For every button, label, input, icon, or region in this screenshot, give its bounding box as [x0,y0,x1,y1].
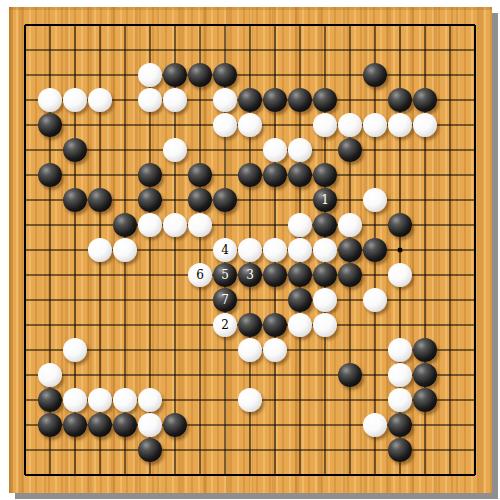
board-cell[interactable] [13,463,38,488]
board-cell[interactable] [288,463,313,488]
board-cell[interactable] [438,138,463,163]
board-cell[interactable] [313,438,338,463]
board-cell[interactable] [163,288,188,313]
board-cell[interactable] [263,63,288,88]
board-cell[interactable] [38,338,63,363]
board-cell[interactable]: 2 [213,313,238,338]
board-cell[interactable] [13,88,38,113]
stone-white[interactable] [338,113,362,137]
board-cell[interactable] [13,113,38,138]
stone-black[interactable]: 7 [213,288,237,312]
stone-black[interactable] [288,288,312,312]
board-cell[interactable] [338,38,363,63]
board-cell[interactable] [113,238,138,263]
board-cell[interactable] [338,188,363,213]
board-cell[interactable] [88,438,113,463]
board-cell[interactable] [163,388,188,413]
stone-white[interactable] [63,338,87,362]
board-cell[interactable] [188,338,213,363]
stone-black[interactable] [388,88,412,112]
stone-white[interactable] [363,413,387,437]
board-cell[interactable] [288,113,313,138]
board-cell[interactable] [438,88,463,113]
board-cell[interactable] [463,163,488,188]
board-cell[interactable] [288,213,313,238]
board-cell[interactable] [113,138,138,163]
board-cell[interactable] [13,263,38,288]
board-cell[interactable] [413,238,438,263]
board-cell[interactable] [63,463,88,488]
board-cell[interactable] [413,38,438,63]
board-cell[interactable] [288,288,313,313]
board-cell[interactable] [338,163,363,188]
board-cell[interactable] [313,363,338,388]
board-cell[interactable] [163,13,188,38]
board-cell[interactable] [363,413,388,438]
stone-white[interactable] [63,388,87,412]
board-cell[interactable] [438,388,463,413]
board-cell[interactable] [213,463,238,488]
board-cell[interactable] [63,288,88,313]
stone-white[interactable] [363,188,387,212]
board-cell[interactable] [13,313,38,338]
board-cell[interactable] [13,163,38,188]
board-cell[interactable] [413,313,438,338]
board-cell[interactable] [388,288,413,313]
board-cell[interactable] [413,213,438,238]
stone-white[interactable] [38,363,62,387]
board-cell[interactable] [288,238,313,263]
board-cell[interactable] [438,163,463,188]
stone-black[interactable] [288,263,312,287]
stone-black[interactable]: 3 [238,263,262,287]
board-cell[interactable] [338,363,363,388]
board-cell[interactable] [63,163,88,188]
board-cell[interactable] [463,13,488,38]
board-cell[interactable] [363,388,388,413]
board-cell[interactable] [188,463,213,488]
board-cell[interactable] [263,113,288,138]
board-cell[interactable] [388,388,413,413]
board-cell[interactable] [463,363,488,388]
board-cell[interactable] [38,438,63,463]
stone-white[interactable] [188,213,212,237]
board-cell[interactable] [138,438,163,463]
board-cell[interactable] [438,113,463,138]
board-cell[interactable] [438,38,463,63]
board-cell[interactable] [388,88,413,113]
board-cell[interactable] [138,238,163,263]
board-cell[interactable] [138,413,163,438]
board-cell[interactable] [213,413,238,438]
board-cell[interactable] [38,288,63,313]
stone-black[interactable] [363,63,387,87]
board-cell[interactable] [238,288,263,313]
stone-black[interactable] [263,163,287,187]
board-cell[interactable] [13,213,38,238]
board-cell[interactable] [288,438,313,463]
board-cell[interactable] [113,413,138,438]
board-cell[interactable] [38,313,63,338]
board-cell[interactable] [88,138,113,163]
board-cell[interactable] [363,213,388,238]
board-cell[interactable] [263,388,288,413]
stone-white[interactable] [388,263,412,287]
board-cell[interactable] [163,138,188,163]
board-cell[interactable] [13,413,38,438]
board-cell[interactable] [238,138,263,163]
board-cell[interactable] [163,413,188,438]
board-cell[interactable] [413,413,438,438]
board-cell[interactable] [363,238,388,263]
stone-black[interactable]: 5 [213,263,237,287]
stone-white[interactable] [163,88,187,112]
board-cell[interactable] [113,388,138,413]
board-cell[interactable] [113,263,138,288]
stone-white[interactable] [113,238,137,262]
stone-white[interactable] [388,388,412,412]
stone-black[interactable] [138,163,162,187]
board-cell[interactable] [388,163,413,188]
board-cell[interactable] [188,363,213,388]
board-cell[interactable] [188,238,213,263]
board-cell[interactable] [188,438,213,463]
board-cell[interactable] [288,313,313,338]
board-cell[interactable] [138,288,163,313]
board-cell[interactable] [338,88,363,113]
board-cell[interactable]: 5 [213,263,238,288]
board-cell[interactable] [288,38,313,63]
board-cell[interactable] [363,88,388,113]
board-cell[interactable] [413,438,438,463]
board-cell[interactable] [263,213,288,238]
board-cell[interactable] [163,38,188,63]
board-cell[interactable] [238,388,263,413]
stone-white[interactable] [288,313,312,337]
stone-black[interactable] [113,413,137,437]
board-cell[interactable] [338,288,363,313]
board-cell[interactable] [113,63,138,88]
board-cell[interactable] [413,163,438,188]
stone-black[interactable] [188,163,212,187]
board-cell[interactable] [63,113,88,138]
board-cell[interactable] [88,388,113,413]
stone-black[interactable] [263,263,287,287]
board-cell[interactable] [263,188,288,213]
board-cell[interactable] [313,163,338,188]
board-cell[interactable] [13,388,38,413]
board-cell[interactable] [438,13,463,38]
board-cell[interactable] [363,263,388,288]
stone-black[interactable] [238,313,262,337]
stone-white[interactable] [263,238,287,262]
board-cell[interactable] [63,13,88,38]
board-cell[interactable] [463,63,488,88]
board-cell[interactable] [113,313,138,338]
board-cell[interactable] [388,138,413,163]
board-cell[interactable] [388,113,413,138]
stone-black[interactable] [63,413,87,437]
board-cell[interactable] [38,13,63,38]
board-cell[interactable] [263,163,288,188]
board-cell[interactable] [338,463,363,488]
board-cell[interactable] [88,113,113,138]
board-cell[interactable] [188,313,213,338]
board-cell[interactable] [188,163,213,188]
board-cell[interactable] [238,438,263,463]
stone-black[interactable] [388,413,412,437]
board-cell[interactable] [363,38,388,63]
board-cell[interactable] [138,263,163,288]
board-cell[interactable] [338,263,363,288]
stone-black[interactable] [188,188,212,212]
stone-white[interactable] [63,88,87,112]
board-cell[interactable] [413,463,438,488]
board-cell[interactable] [88,213,113,238]
board-cell[interactable] [113,38,138,63]
stone-white[interactable] [388,363,412,387]
board-cell[interactable] [113,88,138,113]
board-cell[interactable] [463,113,488,138]
board-cell[interactable] [213,438,238,463]
board-cell[interactable] [463,238,488,263]
board-cell[interactable] [38,363,63,388]
board-cell[interactable] [213,388,238,413]
stone-black[interactable] [138,438,162,462]
stone-black[interactable] [38,113,62,137]
stone-white[interactable] [138,388,162,412]
stone-white[interactable] [288,213,312,237]
stone-white[interactable] [313,238,337,262]
board-cell[interactable] [438,438,463,463]
board-cell[interactable] [63,338,88,363]
board-cell[interactable] [63,388,88,413]
board-cell[interactable] [263,38,288,63]
board-cell[interactable] [213,138,238,163]
board-cell[interactable] [363,13,388,38]
board-cell[interactable] [38,213,63,238]
board-cell[interactable] [463,138,488,163]
board-cell[interactable] [413,338,438,363]
board-cell[interactable] [188,138,213,163]
board-cell[interactable] [38,138,63,163]
stone-black[interactable] [338,138,362,162]
stone-black[interactable] [313,213,337,237]
board-cell[interactable] [213,188,238,213]
board-cell[interactable] [63,88,88,113]
board-cell[interactable] [438,213,463,238]
board-cell[interactable] [213,88,238,113]
board-cell[interactable] [188,288,213,313]
stone-black[interactable] [313,163,337,187]
board-cell[interactable] [388,188,413,213]
board-cell[interactable] [463,288,488,313]
board-cell[interactable] [238,188,263,213]
board-cell[interactable] [388,338,413,363]
board-cell[interactable] [163,338,188,363]
board-cell[interactable] [413,363,438,388]
stone-black[interactable] [88,413,112,437]
stone-white[interactable] [313,288,337,312]
board-cell[interactable] [463,388,488,413]
board-cell[interactable] [338,438,363,463]
stone-black[interactable] [338,263,362,287]
board-cell[interactable] [463,213,488,238]
board-cell[interactable] [263,363,288,388]
stone-black[interactable] [413,88,437,112]
stone-black[interactable] [113,213,137,237]
board-cell[interactable] [363,188,388,213]
board-cell[interactable] [113,213,138,238]
board-cell[interactable] [163,263,188,288]
board-cell[interactable] [238,113,263,138]
board-cell[interactable] [113,338,138,363]
board-cell[interactable] [363,138,388,163]
board-cell[interactable] [313,388,338,413]
stone-white[interactable] [113,388,137,412]
board-cell[interactable] [38,238,63,263]
board-cell[interactable] [238,13,263,38]
board-cell[interactable] [438,463,463,488]
board-cell[interactable] [138,38,163,63]
board-cell[interactable] [338,338,363,363]
board-cell[interactable] [463,38,488,63]
board-cell[interactable] [463,263,488,288]
board-cell[interactable] [138,13,163,38]
board-cell[interactable] [113,363,138,388]
stone-white[interactable] [413,113,437,137]
board-cell[interactable] [63,188,88,213]
board-cell[interactable] [138,88,163,113]
board-cell[interactable] [363,63,388,88]
board-cell[interactable] [463,88,488,113]
board-cell[interactable] [263,338,288,363]
board-cell[interactable] [388,63,413,88]
board-cell[interactable] [388,438,413,463]
board-cell[interactable] [238,88,263,113]
board-cell[interactable] [163,88,188,113]
board-cell[interactable] [38,163,63,188]
board-cell[interactable] [263,13,288,38]
stone-white[interactable] [163,138,187,162]
board-cell[interactable] [338,138,363,163]
board-cell[interactable] [38,413,63,438]
board-cell[interactable] [63,363,88,388]
board-cell[interactable] [88,38,113,63]
stone-black[interactable] [163,413,187,437]
board-cell[interactable] [313,463,338,488]
board-cell[interactable] [38,388,63,413]
stone-white[interactable] [363,288,387,312]
board-cell[interactable] [138,338,163,363]
board-cell[interactable] [238,338,263,363]
board-cell[interactable] [288,263,313,288]
board-cell[interactable] [413,113,438,138]
board-cell[interactable] [363,463,388,488]
board-cell[interactable] [238,363,263,388]
stone-black[interactable]: 1 [313,188,337,212]
board-cell[interactable] [138,113,163,138]
board-cell[interactable] [88,463,113,488]
board-cell[interactable] [463,313,488,338]
board-cell[interactable] [363,113,388,138]
board-cell[interactable] [88,88,113,113]
board-cell[interactable] [113,13,138,38]
board-cell[interactable]: 6 [188,263,213,288]
board-cell[interactable] [13,13,38,38]
stone-white[interactable] [288,238,312,262]
stone-white[interactable]: 4 [213,238,237,262]
board-cell[interactable] [463,188,488,213]
board-cell[interactable] [38,188,63,213]
stone-white[interactable] [88,388,112,412]
stone-white[interactable]: 6 [188,263,212,287]
board-cell[interactable] [38,63,63,88]
board-cell[interactable] [138,213,163,238]
board-cell[interactable] [388,38,413,63]
board-cell[interactable] [463,463,488,488]
board-cell[interactable] [313,113,338,138]
board-cell[interactable] [13,288,38,313]
board-cell[interactable] [113,163,138,188]
board-cell[interactable] [388,313,413,338]
board-cell[interactable] [438,413,463,438]
board-cell[interactable] [438,63,463,88]
board-cell[interactable] [313,13,338,38]
stone-black[interactable] [313,88,337,112]
board-cell[interactable] [213,63,238,88]
stone-black[interactable] [213,63,237,87]
board-cell[interactable] [88,188,113,213]
board-cell[interactable] [163,438,188,463]
board-cell[interactable] [288,163,313,188]
board-cell[interactable] [363,288,388,313]
stone-black[interactable] [288,163,312,187]
stone-white[interactable] [238,238,262,262]
board-cell[interactable] [88,238,113,263]
stone-black[interactable] [413,363,437,387]
board-cell[interactable] [238,38,263,63]
board-cell[interactable] [413,13,438,38]
stone-white[interactable] [263,138,287,162]
board-cell[interactable] [213,113,238,138]
board-cell[interactable] [288,138,313,163]
board-cell[interactable]: 1 [313,188,338,213]
board-cell[interactable] [263,88,288,113]
stone-white[interactable] [238,338,262,362]
stone-black[interactable] [388,213,412,237]
board-cell[interactable] [138,388,163,413]
board-cell[interactable] [438,263,463,288]
stone-black[interactable] [288,88,312,112]
board-cell[interactable] [313,88,338,113]
board-cell[interactable] [163,163,188,188]
board-cell[interactable] [188,38,213,63]
board-cell[interactable] [338,313,363,338]
board-cell[interactable] [238,63,263,88]
stone-white[interactable] [238,113,262,137]
board-cell[interactable] [413,288,438,313]
stone-white[interactable]: 2 [213,313,237,337]
board-cell[interactable] [313,138,338,163]
stone-white[interactable] [138,88,162,112]
stone-white[interactable] [213,88,237,112]
board-cell[interactable] [88,313,113,338]
board-cell[interactable] [338,213,363,238]
board-cell[interactable] [288,63,313,88]
board-cell[interactable] [263,138,288,163]
board-cell[interactable] [238,313,263,338]
